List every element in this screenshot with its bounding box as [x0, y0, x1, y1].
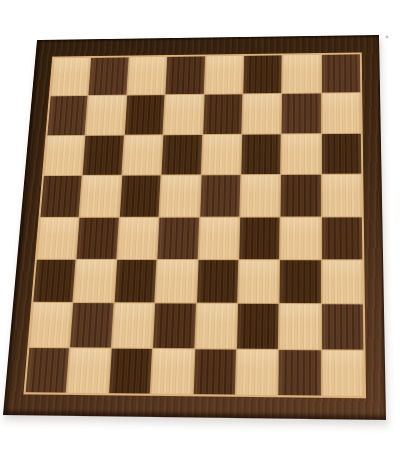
- square-c1: [109, 348, 152, 393]
- square-b2: [70, 303, 113, 347]
- square-f1: [236, 349, 278, 395]
- square-h5: [322, 175, 362, 216]
- square-f2: [237, 304, 279, 348]
- square-h4: [322, 217, 363, 259]
- square-a1: [26, 348, 70, 393]
- square-h8: [322, 54, 361, 93]
- square-b6: [83, 135, 124, 175]
- square-b1: [67, 348, 111, 393]
- square-d3: [155, 260, 197, 303]
- square-e1: [193, 349, 236, 395]
- square-b3: [74, 260, 116, 303]
- square-d4: [157, 217, 198, 259]
- square-e6: [201, 134, 241, 174]
- square-a3: [33, 260, 76, 303]
- square-g2: [279, 304, 321, 349]
- chessboard: [3, 35, 386, 420]
- square-f7: [242, 94, 281, 133]
- square-f8: [243, 55, 282, 93]
- square-h1: [322, 350, 364, 396]
- square-d7: [164, 95, 204, 134]
- square-c8: [127, 57, 166, 95]
- square-h2: [322, 304, 364, 349]
- board-field: [26, 54, 364, 396]
- square-f4: [239, 217, 280, 259]
- square-c3: [114, 260, 156, 303]
- product-photo: [0, 0, 400, 472]
- square-g7: [282, 94, 321, 133]
- square-c7: [125, 96, 165, 135]
- board-inlay-line: [23, 52, 366, 398]
- square-h3: [322, 260, 363, 303]
- square-a7: [47, 96, 87, 135]
- square-a5: [40, 176, 81, 216]
- square-d2: [153, 304, 195, 348]
- square-c5: [120, 176, 161, 217]
- square-g5: [281, 175, 321, 216]
- square-d1: [151, 349, 194, 394]
- square-d6: [162, 135, 202, 175]
- square-c6: [122, 135, 162, 175]
- square-b7: [86, 96, 126, 135]
- square-g6: [281, 134, 320, 174]
- dust-speck: [385, 35, 389, 39]
- square-h7: [322, 93, 361, 132]
- square-b8: [89, 57, 129, 95]
- square-g8: [282, 55, 320, 94]
- square-e5: [200, 175, 240, 216]
- square-f6: [241, 134, 281, 174]
- square-d8: [166, 56, 205, 94]
- square-g3: [280, 260, 321, 303]
- square-e8: [204, 56, 243, 94]
- square-g1: [279, 350, 321, 396]
- square-e7: [203, 95, 242, 134]
- square-a2: [29, 303, 72, 347]
- square-d5: [160, 175, 201, 216]
- square-h6: [322, 134, 362, 174]
- square-b4: [77, 217, 119, 259]
- square-e2: [195, 304, 237, 348]
- square-g4: [280, 217, 320, 259]
- square-c2: [112, 303, 155, 347]
- square-b5: [80, 176, 121, 217]
- square-f5: [240, 175, 280, 216]
- square-f3: [238, 260, 279, 303]
- square-e3: [197, 260, 239, 303]
- square-a6: [44, 136, 85, 176]
- square-c4: [117, 217, 159, 259]
- square-a8: [51, 58, 91, 96]
- square-e4: [198, 217, 239, 259]
- square-a4: [37, 217, 79, 258]
